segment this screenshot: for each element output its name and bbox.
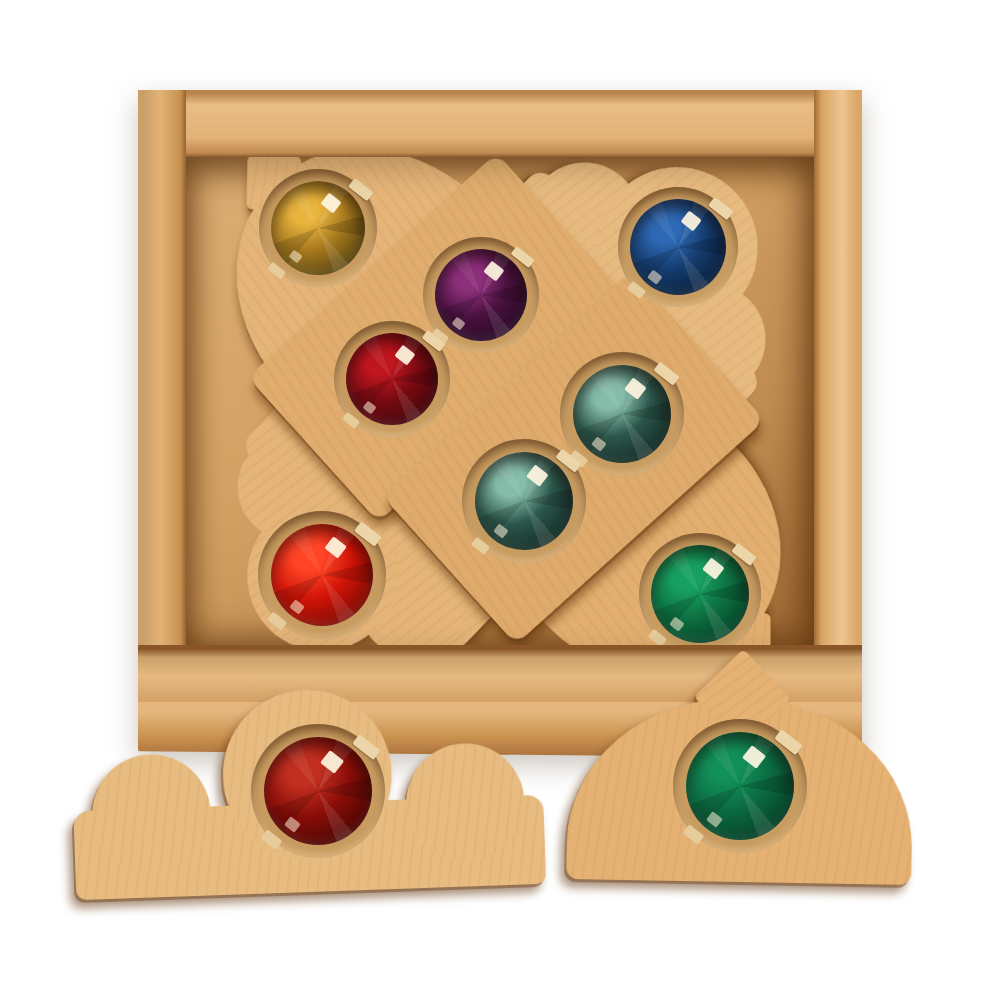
gem-window-dark-blue[interactable] [618,187,738,307]
gem-dark-blue [630,199,726,295]
photo-canvas [0,0,1000,1000]
gem-window-loose-red[interactable] [251,724,385,858]
gem-window-teal-upper[interactable] [560,352,684,476]
gem-teal-upper [573,365,671,463]
gem-window-amber[interactable] [259,169,377,287]
gem-green [651,545,749,643]
tray-rim-right [814,90,862,702]
tray-rim-top [138,90,862,157]
gem-window-purple[interactable] [423,237,539,353]
gem-dark-red [346,333,438,425]
gem-loose-red [264,737,372,845]
gem-window-loose-green[interactable] [673,719,807,853]
gem-loose-green [686,732,794,840]
gem-purple [435,249,527,341]
tray-rim-left [138,90,186,702]
gem-window-bright-red[interactable] [258,511,386,639]
gem-window-green[interactable] [639,533,761,655]
gem-amber [271,181,365,275]
gem-teal-lower [475,452,573,550]
gem-window-dark-red[interactable] [334,321,450,437]
gem-window-teal-lower[interactable] [462,439,586,563]
gem-bright-red [271,524,373,626]
